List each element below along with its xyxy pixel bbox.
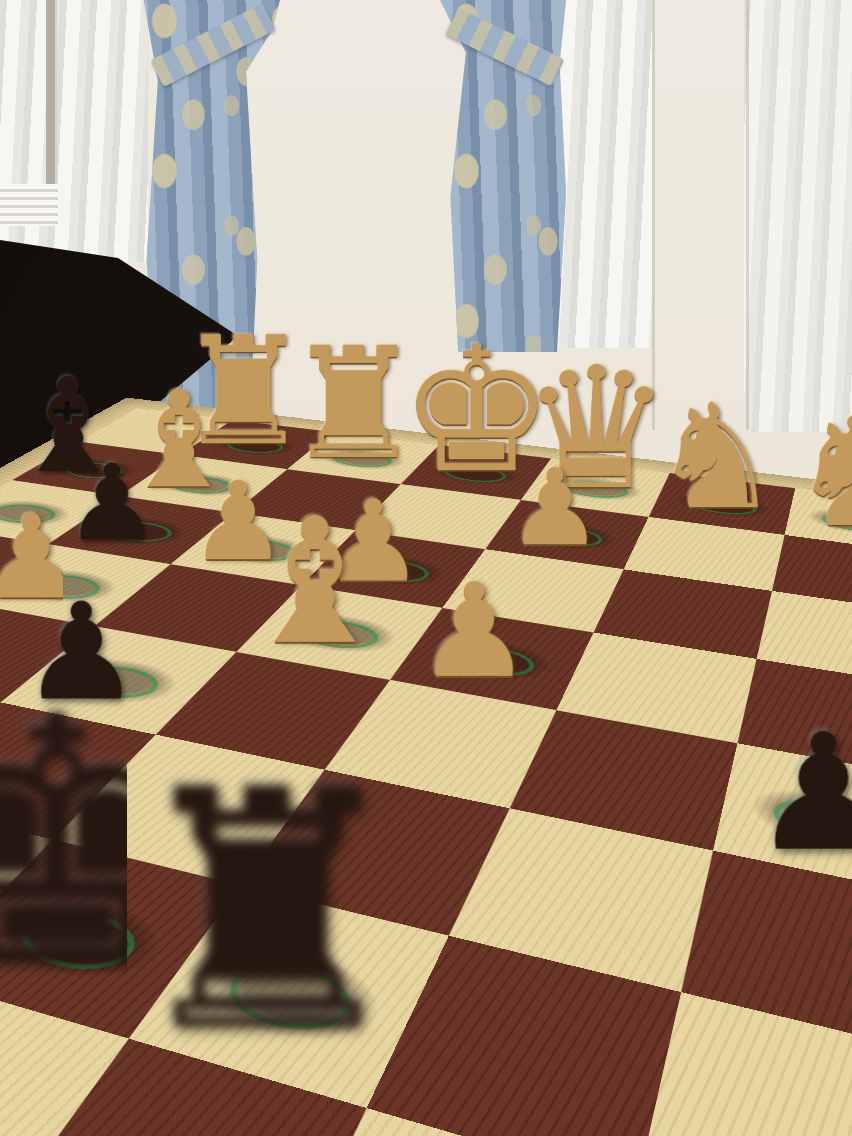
radiator [0, 184, 58, 226]
window-frame-left [46, 0, 55, 196]
white-rook-f1[interactable]: ♜ [284, 333, 406, 475]
window-sheer-curtain-far-right [744, 0, 852, 432]
white-knight-b1[interactable]: ♞ [788, 404, 852, 542]
black-pawn-b5[interactable]: ♟ [716, 719, 852, 867]
window-sheer-curtain-right [556, 0, 652, 348]
square-d7[interactable]: ♜ [129, 885, 449, 1108]
white-pawn-d4[interactable]: ♟ [388, 571, 561, 691]
black-rook-d7[interactable]: ♜ [119, 761, 379, 1064]
square-b7[interactable] [637, 992, 852, 1136]
chessboard[interactable]: ♜♜♚♛♞♞♝♝♟♟♟♟♟♟♟♝♟♞♟♟♟♝♛♚♜ [0, 398, 852, 1136]
white-knight-c1[interactable]: ♞ [650, 390, 783, 523]
white-pawn-d2[interactable]: ♟ [484, 459, 625, 557]
board-border: ♜♜♚♛♞♞♝♝♟♟♟♟♟♟♟♝♟♞♟♟♟♝♛♚♜ [0, 398, 852, 1136]
wall-edge-line [746, 0, 749, 430]
scene: ♜♜♚♛♞♞♝♝♟♟♟♟♟♟♟♝♟♞♟♟♟♝♛♚♜ [0, 0, 852, 1136]
white-bishop-e4[interactable]: ♝ [232, 502, 398, 662]
